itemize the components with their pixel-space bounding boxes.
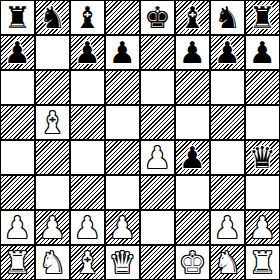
piece-white-knight: ♞ [214, 248, 241, 278]
piece-white-rook: ♜ [4, 248, 31, 278]
square-a2[interactable]: ♟ [0, 210, 35, 245]
square-a4[interactable] [0, 140, 35, 175]
square-f6[interactable] [175, 70, 210, 105]
square-h3[interactable] [245, 175, 280, 210]
piece-white-rook: ♜ [249, 248, 276, 278]
square-a3[interactable] [0, 175, 35, 210]
piece-white-pawn: ♟ [214, 213, 241, 243]
square-h5[interactable] [245, 105, 280, 140]
square-a7[interactable]: ♟ [0, 35, 35, 70]
piece-white-bishop: ♝ [74, 248, 101, 278]
piece-white-pawn: ♟ [39, 213, 66, 243]
piece-white-bishop: ♝ [39, 108, 66, 138]
square-b8[interactable]: ♞ [35, 0, 70, 35]
square-c7[interactable]: ♟ [70, 35, 105, 70]
square-f3[interactable] [175, 175, 210, 210]
square-h4[interactable]: ♛ [245, 140, 280, 175]
square-g4[interactable] [210, 140, 245, 175]
square-f5[interactable] [175, 105, 210, 140]
piece-black-pawn: ♟ [4, 38, 31, 68]
square-b2[interactable]: ♟ [35, 210, 70, 245]
piece-white-pawn: ♟ [144, 143, 171, 173]
square-d7[interactable]: ♟ [105, 35, 140, 70]
square-d3[interactable] [105, 175, 140, 210]
square-c6[interactable] [70, 70, 105, 105]
piece-black-pawn: ♟ [179, 38, 206, 68]
piece-white-knight: ♞ [39, 248, 66, 278]
piece-black-pawn: ♟ [109, 38, 136, 68]
square-e2[interactable] [140, 210, 175, 245]
square-e4[interactable]: ♟ [140, 140, 175, 175]
square-g5[interactable] [210, 105, 245, 140]
chess-board: ♜♞♝♚♝♞♜♟♟♟♟♟♟♝♟♟♛♟♟♟♟♟♟♜♞♝♛♚♞♜ [0, 0, 280, 280]
square-a5[interactable] [0, 105, 35, 140]
square-e6[interactable] [140, 70, 175, 105]
piece-black-knight: ♞ [214, 3, 241, 33]
piece-white-queen: ♛ [109, 248, 136, 278]
piece-black-pawn: ♟ [74, 38, 101, 68]
square-g6[interactable] [210, 70, 245, 105]
piece-black-knight: ♞ [39, 3, 66, 33]
square-g3[interactable] [210, 175, 245, 210]
piece-white-pawn: ♟ [74, 213, 101, 243]
square-d1[interactable]: ♛ [105, 245, 140, 280]
square-h1[interactable]: ♜ [245, 245, 280, 280]
piece-black-bishop: ♝ [179, 3, 206, 33]
square-e8[interactable]: ♚ [140, 0, 175, 35]
square-f7[interactable]: ♟ [175, 35, 210, 70]
square-f4[interactable]: ♟ [175, 140, 210, 175]
square-h8[interactable]: ♜ [245, 0, 280, 35]
square-c8[interactable]: ♝ [70, 0, 105, 35]
square-h6[interactable] [245, 70, 280, 105]
square-g7[interactable]: ♟ [210, 35, 245, 70]
square-d2[interactable]: ♟ [105, 210, 140, 245]
square-b3[interactable] [35, 175, 70, 210]
square-c1[interactable]: ♝ [70, 245, 105, 280]
square-e1[interactable] [140, 245, 175, 280]
square-b7[interactable] [35, 35, 70, 70]
piece-black-pawn: ♟ [214, 38, 241, 68]
square-a8[interactable]: ♜ [0, 0, 35, 35]
square-h2[interactable]: ♟ [245, 210, 280, 245]
square-b6[interactable] [35, 70, 70, 105]
square-b1[interactable]: ♞ [35, 245, 70, 280]
piece-black-pawn: ♟ [249, 38, 276, 68]
piece-white-pawn: ♟ [249, 213, 276, 243]
square-a1[interactable]: ♜ [0, 245, 35, 280]
square-e5[interactable] [140, 105, 175, 140]
square-d4[interactable] [105, 140, 140, 175]
square-c5[interactable] [70, 105, 105, 140]
piece-black-queen: ♛ [249, 143, 276, 173]
square-d6[interactable] [105, 70, 140, 105]
piece-black-pawn: ♟ [179, 143, 206, 173]
square-e3[interactable] [140, 175, 175, 210]
piece-black-rook: ♜ [249, 3, 276, 33]
square-b4[interactable] [35, 140, 70, 175]
square-h7[interactable]: ♟ [245, 35, 280, 70]
piece-black-king: ♚ [144, 3, 171, 33]
square-f8[interactable]: ♝ [175, 0, 210, 35]
square-f2[interactable] [175, 210, 210, 245]
square-a6[interactable] [0, 70, 35, 105]
piece-black-bishop: ♝ [74, 3, 101, 33]
square-e7[interactable] [140, 35, 175, 70]
square-g2[interactable]: ♟ [210, 210, 245, 245]
piece-white-pawn: ♟ [4, 213, 31, 243]
piece-white-king: ♚ [179, 248, 206, 278]
square-d5[interactable] [105, 105, 140, 140]
square-f1[interactable]: ♚ [175, 245, 210, 280]
piece-black-rook: ♜ [4, 3, 31, 33]
square-b5[interactable]: ♝ [35, 105, 70, 140]
piece-white-pawn: ♟ [109, 213, 136, 243]
square-c2[interactable]: ♟ [70, 210, 105, 245]
square-c3[interactable] [70, 175, 105, 210]
square-g1[interactable]: ♞ [210, 245, 245, 280]
square-g8[interactable]: ♞ [210, 0, 245, 35]
square-d8[interactable] [105, 0, 140, 35]
square-c4[interactable] [70, 140, 105, 175]
